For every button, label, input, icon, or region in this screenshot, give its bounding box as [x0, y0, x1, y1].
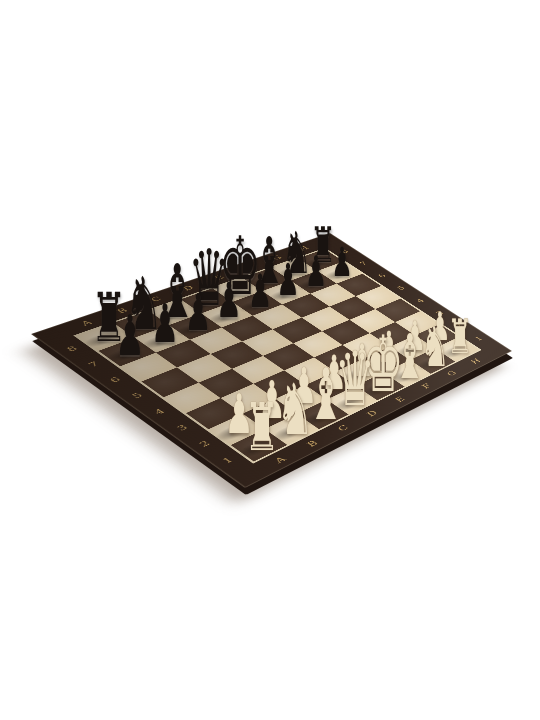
file-label-far-g: G: [270, 255, 283, 261]
file-label-near-g: G: [445, 370, 458, 377]
rank-label-left-6: 6: [108, 376, 122, 384]
rank-label-right-6: 6: [377, 273, 388, 279]
rank-label-left-8: 8: [65, 345, 79, 353]
file-label-far-a: A: [79, 319, 94, 326]
file-label-near-b: B: [305, 439, 319, 448]
file-label-far-e: E: [213, 274, 226, 281]
file-label-near-e: E: [393, 396, 406, 404]
rank-label-right-4: 4: [415, 298, 426, 304]
file-label-far-h: H: [297, 245, 310, 251]
rank-label-left-3: 3: [175, 424, 189, 432]
chess-board: AA88BB77CC66DD55EE44FF33GG22HH11: [31, 233, 512, 488]
file-label-far-f: F: [243, 264, 255, 270]
rank-label-right-8: 8: [339, 249, 350, 255]
file-label-near-f: F: [420, 383, 432, 390]
rank-label-right-1: 1: [473, 335, 484, 341]
rank-label-left-7: 7: [86, 360, 100, 368]
chess-product-photo: AA88BB77CC66DD55EE44FF33GG22HH11 ♜♞♟♝♟♚♟…: [0, 0, 540, 720]
file-label-near-d: D: [365, 409, 379, 417]
rank-label-left-1: 1: [221, 456, 235, 465]
rank-label-right-7: 7: [358, 261, 369, 267]
rank-label-left-5: 5: [130, 392, 144, 400]
file-label-near-a: A: [273, 455, 288, 464]
file-label-far-c: C: [149, 296, 163, 303]
file-label-far-b: B: [115, 307, 129, 314]
rank-label-left-2: 2: [198, 440, 212, 448]
file-label-far-d: D: [181, 285, 195, 292]
rank-label-right-2: 2: [454, 323, 465, 329]
file-label-near-c: C: [336, 424, 350, 432]
rank-label-left-4: 4: [152, 408, 166, 416]
file-label-near-h: H: [469, 357, 482, 364]
rank-label-right-3: 3: [434, 310, 445, 316]
rank-label-right-5: 5: [396, 285, 407, 291]
